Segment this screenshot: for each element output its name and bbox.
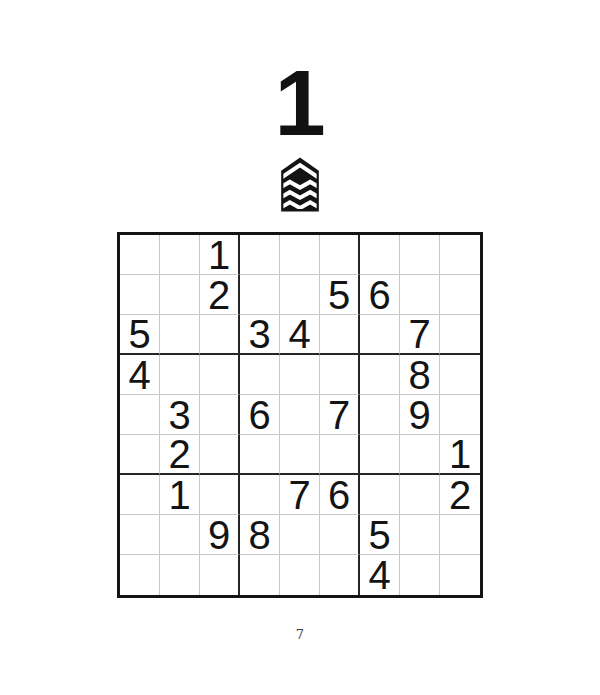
cell-r1c2[interactable] — [160, 235, 200, 275]
cell-r7c1[interactable] — [120, 475, 160, 515]
cell-r3c2[interactable] — [160, 315, 200, 355]
cell-r5c9[interactable] — [440, 395, 480, 435]
cell-r7c6[interactable]: 6 — [320, 475, 360, 515]
cell-r5c1[interactable] — [120, 395, 160, 435]
cell-r3c4[interactable]: 3 — [240, 315, 280, 355]
cell-r7c4[interactable] — [240, 475, 280, 515]
cell-r1c4[interactable] — [240, 235, 280, 275]
cell-r9c6[interactable] — [320, 555, 360, 595]
cell-r8c7[interactable]: 5 — [360, 515, 400, 555]
cell-r9c2[interactable] — [160, 555, 200, 595]
cell-r9c7[interactable]: 4 — [360, 555, 400, 595]
cell-r6c2[interactable]: 2 — [160, 435, 200, 475]
cell-r5c3[interactable] — [200, 395, 240, 435]
cell-r7c2[interactable]: 1 — [160, 475, 200, 515]
cell-r9c8[interactable] — [400, 555, 440, 595]
cell-r4c2[interactable] — [160, 355, 200, 395]
puzzle-number-title: 1 — [0, 57, 600, 149]
cell-r5c7[interactable] — [360, 395, 400, 435]
cell-r3c1[interactable]: 5 — [120, 315, 160, 355]
cell-r2c6[interactable]: 5 — [320, 275, 360, 315]
sudoku-board: 125653474836792117629854 — [117, 232, 483, 598]
cell-r8c9[interactable] — [440, 515, 480, 555]
cell-r5c5[interactable] — [280, 395, 320, 435]
cell-r2c9[interactable] — [440, 275, 480, 315]
cell-r3c8[interactable]: 7 — [400, 315, 440, 355]
cell-r1c8[interactable] — [400, 235, 440, 275]
cell-r4c1[interactable]: 4 — [120, 355, 160, 395]
page-number: 7 — [0, 627, 600, 642]
cell-r2c3[interactable]: 2 — [200, 275, 240, 315]
cell-r7c7[interactable] — [360, 475, 400, 515]
cell-r1c6[interactable] — [320, 235, 360, 275]
cell-r4c4[interactable] — [240, 355, 280, 395]
cell-r4c8[interactable]: 8 — [400, 355, 440, 395]
cell-r9c4[interactable] — [240, 555, 280, 595]
cell-r2c4[interactable] — [240, 275, 280, 315]
cell-r5c8[interactable]: 9 — [400, 395, 440, 435]
cell-r6c5[interactable] — [280, 435, 320, 475]
cell-r2c7[interactable]: 6 — [360, 275, 400, 315]
cell-r2c1[interactable] — [120, 275, 160, 315]
cell-r7c3[interactable] — [200, 475, 240, 515]
cell-r3c5[interactable]: 4 — [280, 315, 320, 355]
cell-r8c2[interactable] — [160, 515, 200, 555]
cell-r8c5[interactable] — [280, 515, 320, 555]
cell-r2c8[interactable] — [400, 275, 440, 315]
cell-r2c2[interactable] — [160, 275, 200, 315]
chevron-pencil-icon — [279, 156, 321, 213]
cell-r8c8[interactable] — [400, 515, 440, 555]
cell-r4c5[interactable] — [280, 355, 320, 395]
book-page: 1 125653474836792117629854 7 — [0, 0, 600, 695]
cell-r6c1[interactable] — [120, 435, 160, 475]
cell-r4c6[interactable] — [320, 355, 360, 395]
cell-r4c3[interactable] — [200, 355, 240, 395]
cell-r5c6[interactable]: 7 — [320, 395, 360, 435]
cell-r7c8[interactable] — [400, 475, 440, 515]
cell-r5c4[interactable]: 6 — [240, 395, 280, 435]
cell-r9c9[interactable] — [440, 555, 480, 595]
cell-r4c9[interactable] — [440, 355, 480, 395]
cell-r9c5[interactable] — [280, 555, 320, 595]
cell-r3c6[interactable] — [320, 315, 360, 355]
cell-r6c4[interactable] — [240, 435, 280, 475]
cell-r6c7[interactable] — [360, 435, 400, 475]
cell-r6c9[interactable]: 1 — [440, 435, 480, 475]
cell-r1c9[interactable] — [440, 235, 480, 275]
cell-r3c9[interactable] — [440, 315, 480, 355]
cell-r1c5[interactable] — [280, 235, 320, 275]
cell-r1c3[interactable]: 1 — [200, 235, 240, 275]
cell-r8c6[interactable] — [320, 515, 360, 555]
cell-r2c5[interactable] — [280, 275, 320, 315]
cell-r4c7[interactable] — [360, 355, 400, 395]
cell-r9c3[interactable] — [200, 555, 240, 595]
cell-r3c3[interactable] — [200, 315, 240, 355]
cell-r7c9[interactable]: 2 — [440, 475, 480, 515]
cell-r8c3[interactable]: 9 — [200, 515, 240, 555]
cell-r1c7[interactable] — [360, 235, 400, 275]
cell-r3c7[interactable] — [360, 315, 400, 355]
cell-r5c2[interactable]: 3 — [160, 395, 200, 435]
cell-r8c4[interactable]: 8 — [240, 515, 280, 555]
cell-r6c8[interactable] — [400, 435, 440, 475]
cell-r1c1[interactable] — [120, 235, 160, 275]
cell-r6c3[interactable] — [200, 435, 240, 475]
cell-r9c1[interactable] — [120, 555, 160, 595]
cell-r6c6[interactable] — [320, 435, 360, 475]
cell-r8c1[interactable] — [120, 515, 160, 555]
cell-r7c5[interactable]: 7 — [280, 475, 320, 515]
